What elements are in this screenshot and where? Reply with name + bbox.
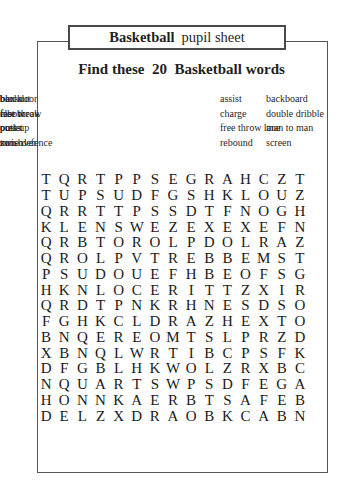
title-sheet-type: pupil sheet [182, 29, 245, 46]
grid-cell-r10c12: E [236, 314, 254, 330]
grid-cell-r9c11: E [218, 298, 236, 314]
grid-cell-r4c15: N [291, 219, 309, 235]
grid-cell-r16c2: E [55, 408, 73, 424]
word-list-column-2: backboard double dribble man to man scre… [266, 92, 324, 150]
grid-cell-r8c15: R [291, 282, 309, 298]
grid-cell-r1c13: C [255, 172, 273, 188]
grid-cell-r4c9: E [182, 219, 200, 235]
grid-cell-r14c8: W [164, 377, 182, 393]
grid-cell-r9c9: H [182, 298, 200, 314]
grid-cell-r14c6: T [128, 377, 146, 393]
grid-cell-r9c3: D [73, 298, 91, 314]
grid-cell-r9c4: T [91, 298, 109, 314]
grid-cell-r12c9: I [182, 345, 200, 361]
grid-cell-r16c5: X [110, 408, 128, 424]
grid-cell-r5c4: T [91, 235, 109, 251]
grid-cell-r4c3: E [73, 219, 91, 235]
grid-cell-r4c6: W [128, 219, 146, 235]
grid-cell-r2c13: O [255, 188, 273, 204]
grid-cell-r13c15: C [291, 361, 309, 377]
grid-cell-r4c13: E [255, 219, 273, 235]
grid-cell-r2c2: U [55, 188, 73, 204]
grid-cell-r4c10: X [200, 219, 218, 235]
grid-cell-r5c8: L [164, 235, 182, 251]
grid-cell-r1c3: R [73, 172, 91, 188]
grid-cell-r2c14: U [273, 188, 291, 204]
grid-cell-r9c10: N [200, 298, 218, 314]
grid-cell-r5c6: R [128, 235, 146, 251]
grid-cell-r13c2: F [55, 361, 73, 377]
grid-cell-r8c14: I [273, 282, 291, 298]
grid-cell-r12c5: L [110, 345, 128, 361]
grid-cell-r10c6: L [128, 314, 146, 330]
grid-cell-r8c9: I [182, 282, 200, 298]
grid-cell-r5c13: R [255, 235, 273, 251]
grid-cell-r12c13: S [255, 345, 273, 361]
grid-cell-r10c9: A [182, 314, 200, 330]
grid-cell-r12c1: X [37, 345, 55, 361]
grid-cell-r14c2: Q [55, 377, 73, 393]
grid-cell-r2c8: G [164, 188, 182, 204]
word-item: box out [0, 92, 52, 107]
grid-cell-r14c9: P [182, 377, 200, 393]
grid-cell-r11c12: P [236, 330, 254, 346]
grid-cell-r11c5: R [110, 330, 128, 346]
grid-cell-r14c7: S [146, 377, 164, 393]
grid-cell-r9c2: R [55, 298, 73, 314]
grid-cell-r3c5: T [110, 204, 128, 220]
grid-cell-r4c2: L [55, 219, 73, 235]
grid-cell-r11c13: R [255, 330, 273, 346]
grid-cell-r16c14: B [273, 408, 291, 424]
grid-cell-r16c10: B [200, 408, 218, 424]
grid-cell-r2c9: S [182, 188, 200, 204]
grid-cell-r11c4: E [91, 330, 109, 346]
grid-cell-r7c8: F [164, 267, 182, 283]
grid-cell-r8c13: X [255, 282, 273, 298]
grid-cell-r3c11: F [218, 204, 236, 220]
grid-cell-r10c8: R [164, 314, 182, 330]
grid-cell-r7c9: H [182, 267, 200, 283]
grid-cell-r6c4: L [91, 251, 109, 267]
word-item: press [0, 121, 52, 136]
grid-cell-r10c4: K [91, 314, 109, 330]
grid-cell-r13c12: R [236, 361, 254, 377]
grid-cell-r12c10: B [200, 345, 218, 361]
grid-cell-r5c11: O [218, 235, 236, 251]
grid-cell-r10c5: C [110, 314, 128, 330]
worksheet: { "game": "word-search", "position": "TQ… [0, 0, 354, 500]
grid-cell-r11c2: N [55, 330, 73, 346]
grid-cell-r9c5: P [110, 298, 128, 314]
grid-cell-r8c8: R [164, 282, 182, 298]
grid-cell-r6c13: M [255, 251, 273, 267]
word-item: double dribble [266, 107, 324, 122]
grid-cell-r10c1: F [37, 314, 55, 330]
grid-cell-r11c10: S [200, 330, 218, 346]
grid-cell-r9c14: S [273, 298, 291, 314]
grid-cell-r8c4: L [91, 282, 109, 298]
grid-cell-r9c8: R [164, 298, 182, 314]
grid-cell-r6c2: R [55, 251, 73, 267]
grid-cell-r15c10: T [200, 393, 218, 409]
grid-cell-r11c11: L [218, 330, 236, 346]
grid-cell-r11c9: T [182, 330, 200, 346]
grid-cell-r9c13: D [255, 298, 273, 314]
grid-cell-r3c14: G [273, 204, 291, 220]
grid-cell-r14c15: A [291, 377, 309, 393]
title-box: Basketball pupil sheet [68, 25, 286, 50]
grid-cell-r1c1: T [37, 172, 55, 188]
grid-cell-r7c13: F [255, 267, 273, 283]
grid-cell-r7c14: S [273, 267, 291, 283]
grid-cell-r14c11: D [218, 377, 236, 393]
word-item: backboard [266, 92, 324, 107]
grid-cell-r5c14: A [273, 235, 291, 251]
grid-cell-r14c5: R [110, 377, 128, 393]
grid-cell-r4c7: E [146, 219, 164, 235]
grid-cell-r16c4: Z [91, 408, 109, 424]
grid-cell-r4c12: X [236, 219, 254, 235]
grid-cell-r7c1: P [37, 267, 55, 283]
grid-cell-r16c8: A [164, 408, 182, 424]
grid-cell-r7c6: U [128, 267, 146, 283]
grid-cell-r7c3: U [73, 267, 91, 283]
grid-cell-r6c5: P [110, 251, 128, 267]
grid-cell-r12c8: T [164, 345, 182, 361]
grid-cell-r15c15: B [291, 393, 309, 409]
grid-cell-r6c1: Q [37, 251, 55, 267]
grid-cell-r4c4: N [91, 219, 109, 235]
grid-cell-r4c8: Z [164, 219, 182, 235]
grid-cell-r7c7: E [146, 267, 164, 283]
grid-cell-r3c13: O [255, 204, 273, 220]
grid-cell-r8c11: T [218, 282, 236, 298]
grid-cell-r6c3: O [73, 251, 91, 267]
grid-cell-r11c1: B [37, 330, 55, 346]
grid-cell-r11c6: E [128, 330, 146, 346]
grid-cell-r1c5: P [110, 172, 128, 188]
grid-cell-r2c3: P [73, 188, 91, 204]
grid-cell-r14c4: A [91, 377, 109, 393]
grid-cell-r16c7: R [146, 408, 164, 424]
grid-cell-r13c8: W [164, 361, 182, 377]
grid-cell-r10c3: H [73, 314, 91, 330]
grid-cell-r13c10: L [200, 361, 218, 377]
grid-cell-r7c4: D [91, 267, 109, 283]
grid-cell-r7c11: E [218, 267, 236, 283]
grid-cell-r15c8: R [164, 393, 182, 409]
grid-cell-r1c8: E [164, 172, 182, 188]
grid-cell-r1c6: P [128, 172, 146, 188]
grid-cell-r8c6: C [128, 282, 146, 298]
grid-cell-r16c13: A [255, 408, 273, 424]
grid-cell-r5c10: D [200, 235, 218, 251]
grid-cell-r1c15: T [291, 172, 309, 188]
grid-cell-r13c3: G [73, 361, 91, 377]
word-item: man to man [266, 121, 324, 136]
grid-cell-r1c4: T [91, 172, 109, 188]
grid-cell-r2c11: K [218, 188, 236, 204]
grid-cell-r11c3: Q [73, 330, 91, 346]
grid-cell-r10c11: H [218, 314, 236, 330]
grid-cell-r3c9: D [182, 204, 200, 220]
word-item: screen [266, 136, 324, 151]
grid-cell-r2c7: F [146, 188, 164, 204]
title-subject: Basketball [109, 29, 174, 46]
grid-cell-r7c2: S [55, 267, 73, 283]
grid-cell-r13c13: X [255, 361, 273, 377]
grid-cell-r15c2: O [55, 393, 73, 409]
grid-cell-r2c6: D [128, 188, 146, 204]
grid-cell-r12c4: Q [91, 345, 109, 361]
grid-cell-r12c15: K [291, 345, 309, 361]
grid-cell-r14c10: S [200, 377, 218, 393]
grid-cell-r13c6: H [128, 361, 146, 377]
grid-cell-r5c12: L [236, 235, 254, 251]
grid-cell-r15c6: A [128, 393, 146, 409]
grid-cell-r2c12: L [236, 188, 254, 204]
grid-cell-r16c11: K [218, 408, 236, 424]
grid-cell-r15c13: F [255, 393, 273, 409]
word-list-column-5: box out free throw press zone defence [0, 92, 52, 150]
instructions-heading: Find these 20 Basketball words [37, 61, 326, 78]
grid-cell-r7c5: O [110, 267, 128, 283]
grid-cell-r16c1: D [37, 408, 55, 424]
grid-cell-r3c12: N [236, 204, 254, 220]
grid-cell-r13c9: O [182, 361, 200, 377]
grid-cell-r13c14: B [273, 361, 291, 377]
grid-cell-r1c11: A [218, 172, 236, 188]
grid-cell-r10c10: Z [200, 314, 218, 330]
grid-cell-r13c11: Z [218, 361, 236, 377]
grid-cell-r10c2: G [55, 314, 73, 330]
grid-cell-r2c10: H [200, 188, 218, 204]
grid-cell-r7c15: G [291, 267, 309, 283]
grid-cell-r9c1: Q [37, 298, 55, 314]
grid-cell-r6c12: E [236, 251, 254, 267]
grid-cell-r6c7: T [146, 251, 164, 267]
grid-cell-r3c2: R [55, 204, 73, 220]
grid-cell-r12c2: B [55, 345, 73, 361]
grid-cell-r1c14: Z [273, 172, 291, 188]
grid-cell-r10c15: O [291, 314, 309, 330]
grid-cell-r14c12: F [236, 377, 254, 393]
grid-cell-r6c10: B [200, 251, 218, 267]
grid-cell-r13c5: L [110, 361, 128, 377]
grid-cell-r14c3: U [73, 377, 91, 393]
grid-cell-r3c1: Q [37, 204, 55, 220]
grid-cell-r11c7: O [146, 330, 164, 346]
grid-cell-r12c6: W [128, 345, 146, 361]
grid-cell-r6c11: B [218, 251, 236, 267]
grid-cell-r9c7: K [146, 298, 164, 314]
grid-cell-r6c9: E [182, 251, 200, 267]
grid-cell-r3c4: T [91, 204, 109, 220]
grid-cell-r3c6: P [128, 204, 146, 220]
grid-cell-r8c12: Z [236, 282, 254, 298]
grid-cell-r3c8: S [164, 204, 182, 220]
grid-cell-r5c9: P [182, 235, 200, 251]
grid-cell-r15c5: K [110, 393, 128, 409]
grid-cell-r15c11: S [218, 393, 236, 409]
grid-cell-r8c1: H [37, 282, 55, 298]
word-item: zone defence [0, 136, 52, 151]
grid-cell-r15c9: B [182, 393, 200, 409]
grid-cell-r4c14: F [273, 219, 291, 235]
grid-cell-r6c14: S [273, 251, 291, 267]
grid-cell-r4c5: S [110, 219, 128, 235]
grid-cell-r6c6: V [128, 251, 146, 267]
grid-cell-r4c1: K [37, 219, 55, 235]
grid-cell-r5c5: O [110, 235, 128, 251]
grid-cell-r6c8: R [164, 251, 182, 267]
grid-cell-r3c15: H [291, 204, 309, 220]
grid-cell-r16c9: O [182, 408, 200, 424]
grid-cell-r8c3: N [73, 282, 91, 298]
grid-cell-r2c1: T [37, 188, 55, 204]
grid-cell-r12c3: N [73, 345, 91, 361]
grid-cell-r10c7: D [146, 314, 164, 330]
grid-cell-r15c14: E [273, 393, 291, 409]
grid-cell-r15c4: N [91, 393, 109, 409]
grid-cell-r9c6: N [128, 298, 146, 314]
grid-cell-r14c1: N [37, 377, 55, 393]
grid-cell-r11c15: D [291, 330, 309, 346]
letter-grid: TQRTPPSEGRAHCZTTUPSUDFGSHKLOUZQRRTTPSSDT… [37, 172, 309, 424]
grid-cell-r15c12: A [236, 393, 254, 409]
grid-cell-r3c7: S [146, 204, 164, 220]
grid-cell-r11c8: M [164, 330, 182, 346]
grid-cell-r15c7: E [146, 393, 164, 409]
grid-cell-r4c11: E [218, 219, 236, 235]
grid-cell-r1c7: S [146, 172, 164, 188]
grid-cell-r16c15: N [291, 408, 309, 424]
grid-cell-r5c3: B [73, 235, 91, 251]
grid-cell-r5c7: O [146, 235, 164, 251]
grid-cell-r13c1: D [37, 361, 55, 377]
grid-cell-r10c14: T [273, 314, 291, 330]
grid-cell-r8c5: O [110, 282, 128, 298]
grid-cell-r12c7: R [146, 345, 164, 361]
grid-cell-r5c2: R [55, 235, 73, 251]
grid-cell-r10c13: X [255, 314, 273, 330]
grid-cell-r3c3: R [73, 204, 91, 220]
grid-cell-r2c4: S [91, 188, 109, 204]
grid-cell-r5c15: Z [291, 235, 309, 251]
grid-cell-r9c15: O [291, 298, 309, 314]
grid-cell-r7c12: O [236, 267, 254, 283]
grid-cell-r1c10: R [200, 172, 218, 188]
grid-cell-r8c7: E [146, 282, 164, 298]
grid-cell-r16c12: C [236, 408, 254, 424]
grid-cell-r12c12: P [236, 345, 254, 361]
grid-cell-r16c6: D [128, 408, 146, 424]
grid-cell-r13c7: K [146, 361, 164, 377]
grid-cell-r8c2: K [55, 282, 73, 298]
grid-cell-r14c14: G [273, 377, 291, 393]
grid-cell-r12c11: C [218, 345, 236, 361]
grid-cell-r11c14: Z [273, 330, 291, 346]
grid-cell-r1c9: G [182, 172, 200, 188]
grid-cell-r9c12: S [236, 298, 254, 314]
grid-cell-r16c3: L [73, 408, 91, 424]
grid-cell-r15c3: N [73, 393, 91, 409]
grid-cell-r8c10: T [200, 282, 218, 298]
grid-cell-r3c10: T [200, 204, 218, 220]
grid-cell-r12c14: F [273, 345, 291, 361]
grid-cell-r1c2: Q [55, 172, 73, 188]
grid-cell-r5c1: Q [37, 235, 55, 251]
grid-cell-r13c4: B [91, 361, 109, 377]
grid-cell-r7c10: B [200, 267, 218, 283]
grid-cell-r2c5: U [110, 188, 128, 204]
word-item: free throw [0, 107, 52, 122]
grid-cell-r1c12: H [236, 172, 254, 188]
grid-cell-r15c1: H [37, 393, 55, 409]
grid-cell-r2c15: Z [291, 188, 309, 204]
grid-cell-r6c15: T [291, 251, 309, 267]
grid-cell-r14c13: E [255, 377, 273, 393]
